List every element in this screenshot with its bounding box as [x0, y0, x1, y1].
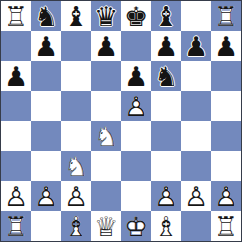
black-bishop[interactable]: ♝ — [151, 1, 181, 31]
square-c5[interactable] — [61, 91, 91, 121]
black-pawn[interactable]: ♟ — [31, 31, 61, 61]
square-d2[interactable] — [91, 181, 121, 211]
white-pawn[interactable]: ♟♙ — [211, 181, 241, 211]
black-rook[interactable]: ♜♖ — [1, 1, 31, 31]
square-g8[interactable] — [181, 1, 211, 31]
square-f4[interactable] — [151, 121, 181, 151]
square-f3[interactable] — [151, 151, 181, 181]
square-e1[interactable]: ♚♔ — [121, 211, 151, 241]
square-h3[interactable] — [211, 151, 241, 181]
square-b2[interactable]: ♟♙ — [31, 181, 61, 211]
square-g5[interactable] — [181, 91, 211, 121]
square-f5[interactable] — [151, 91, 181, 121]
square-g6[interactable] — [181, 61, 211, 91]
black-pawn[interactable]: ♟ — [211, 31, 241, 61]
square-e4[interactable] — [121, 121, 151, 151]
white-knight[interactable]: ♞♘ — [61, 151, 91, 181]
square-e8[interactable]: ♚ — [121, 1, 151, 31]
square-b7[interactable]: ♟ — [31, 31, 61, 61]
white-pawn[interactable]: ♟♙ — [61, 181, 91, 211]
square-h2[interactable]: ♟♙ — [211, 181, 241, 211]
white-pawn[interactable]: ♟♙ — [181, 181, 211, 211]
black-queen[interactable]: ♛ — [91, 1, 121, 31]
white-king[interactable]: ♚♔ — [121, 211, 151, 241]
black-bishop[interactable]: ♝ — [61, 1, 91, 31]
white-pawn[interactable]: ♟♙ — [151, 181, 181, 211]
square-d8[interactable]: ♛ — [91, 1, 121, 31]
square-d1[interactable]: ♛♕ — [91, 211, 121, 241]
white-rook[interactable]: ♜♖ — [211, 211, 241, 241]
square-g3[interactable] — [181, 151, 211, 181]
white-bishop[interactable]: ♝♗ — [61, 211, 91, 241]
white-pawn[interactable]: ♟♙ — [31, 181, 61, 211]
white-knight[interactable]: ♞♘ — [91, 121, 121, 151]
black-pawn[interactable]: ♟ — [121, 61, 151, 91]
white-pawn[interactable]: ♟♙ — [1, 181, 31, 211]
black-pawn[interactable]: ♟ — [181, 31, 211, 61]
square-f7[interactable]: ♟ — [151, 31, 181, 61]
black-rook[interactable]: ♜♖ — [211, 1, 241, 31]
square-d6[interactable] — [91, 61, 121, 91]
black-king[interactable]: ♚ — [121, 1, 151, 31]
square-h1[interactable]: ♜♖ — [211, 211, 241, 241]
square-h6[interactable] — [211, 61, 241, 91]
square-g4[interactable] — [181, 121, 211, 151]
square-a3[interactable] — [1, 151, 31, 181]
square-a7[interactable] — [1, 31, 31, 61]
square-e3[interactable] — [121, 151, 151, 181]
square-a1[interactable]: ♜♖ — [1, 211, 31, 241]
square-c1[interactable]: ♝♗ — [61, 211, 91, 241]
square-c2[interactable]: ♟♙ — [61, 181, 91, 211]
square-h4[interactable] — [211, 121, 241, 151]
black-knight[interactable]: ♞ — [151, 61, 181, 91]
square-a5[interactable] — [1, 91, 31, 121]
square-d7[interactable]: ♟ — [91, 31, 121, 61]
square-e6[interactable]: ♟ — [121, 61, 151, 91]
square-c6[interactable] — [61, 61, 91, 91]
square-d4[interactable]: ♞♘ — [91, 121, 121, 151]
square-f6[interactable]: ♞ — [151, 61, 181, 91]
square-b6[interactable] — [31, 61, 61, 91]
square-e2[interactable] — [121, 181, 151, 211]
square-d5[interactable] — [91, 91, 121, 121]
square-a2[interactable]: ♟♙ — [1, 181, 31, 211]
square-g1[interactable] — [181, 211, 211, 241]
square-b4[interactable] — [31, 121, 61, 151]
square-b1[interactable] — [31, 211, 61, 241]
square-h5[interactable] — [211, 91, 241, 121]
black-pawn[interactable]: ♟ — [91, 31, 121, 61]
square-e5[interactable]: ♟♙ — [121, 91, 151, 121]
white-bishop[interactable]: ♝♗ — [151, 211, 181, 241]
black-knight[interactable]: ♞ — [31, 1, 61, 31]
black-pawn[interactable]: ♟ — [151, 31, 181, 61]
square-b3[interactable] — [31, 151, 61, 181]
white-pawn[interactable]: ♟♙ — [121, 91, 151, 121]
square-a8[interactable]: ♜♖ — [1, 1, 31, 31]
white-queen[interactable]: ♛♕ — [91, 211, 121, 241]
square-c7[interactable] — [61, 31, 91, 61]
square-h8[interactable]: ♜♖ — [211, 1, 241, 31]
square-g7[interactable]: ♟ — [181, 31, 211, 61]
square-c8[interactable]: ♝ — [61, 1, 91, 31]
black-pawn[interactable]: ♟ — [1, 61, 31, 91]
square-f2[interactable]: ♟♙ — [151, 181, 181, 211]
square-c3[interactable]: ♞♘ — [61, 151, 91, 181]
square-c4[interactable] — [61, 121, 91, 151]
square-d3[interactable] — [91, 151, 121, 181]
white-rook[interactable]: ♜♖ — [1, 211, 31, 241]
square-a6[interactable]: ♟ — [1, 61, 31, 91]
square-f8[interactable]: ♝ — [151, 1, 181, 31]
square-f1[interactable]: ♝♗ — [151, 211, 181, 241]
square-a4[interactable] — [1, 121, 31, 151]
square-g2[interactable]: ♟♙ — [181, 181, 211, 211]
square-h7[interactable]: ♟ — [211, 31, 241, 61]
square-b8[interactable]: ♞ — [31, 1, 61, 31]
square-b5[interactable] — [31, 91, 61, 121]
square-e7[interactable] — [121, 31, 151, 61]
chess-board: ♜♖♞♝♛♚♝♜♖♟♟♟♟♟♟♟♞♟♙♞♘♞♘♟♙♟♙♟♙♟♙♟♙♟♙♜♖♝♗♛… — [0, 0, 242, 242]
